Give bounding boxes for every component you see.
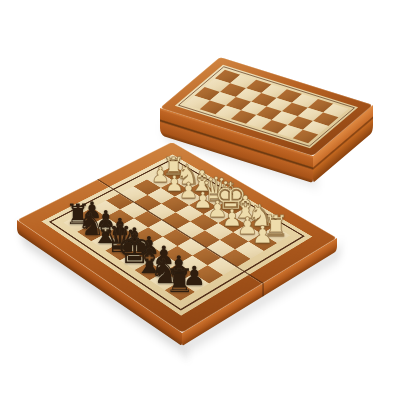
product-photo-chess-set: ♜♟♞♟♝♟♛♟♚♟♟♝♜♟♟♞♞♟♟♜♝♟♟♛♟♚♟♝♟♞♟♜ — [0, 0, 400, 400]
fold-seam-edge — [262, 283, 263, 297]
piece-black-rook: ♜ — [165, 265, 194, 298]
piece-white-pawn: ♟ — [252, 224, 274, 248]
